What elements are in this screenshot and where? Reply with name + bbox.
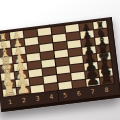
rank-label-7: 7 — [85, 87, 100, 95]
chess-board: ♜♟♟♜♞♟♟♞♝♟♟♝♛♟♟♛♚♟♟♚♝♟♟♝♞♟♟♞♜♟♟♜ 1 2 3 4… — [0, 17, 120, 112]
rank-label-8: 8 — [99, 86, 114, 94]
black-rook[interactable]: ♜ — [98, 69, 115, 87]
square-h2[interactable]: ♟ — [17, 86, 31, 95]
rank-label-3: 3 — [30, 94, 45, 102]
rank-label-4: 4 — [44, 93, 59, 101]
rank-label-2: 2 — [17, 96, 32, 104]
square-h8[interactable]: ♜ — [100, 76, 114, 85]
rank-label-1: 1 — [3, 98, 18, 106]
white-pawn[interactable]: ♟ — [15, 79, 32, 97]
rank-label-6: 6 — [72, 89, 87, 97]
rank-label-5: 5 — [58, 91, 73, 99]
photo-background: ♜♟♟♜♞♟♟♞♝♟♟♝♛♟♟♛♚♟♟♚♝♟♟♝♞♟♟♞♜♟♟♜ 1 2 3 4… — [0, 0, 120, 120]
square-h1[interactable]: ♜ — [3, 88, 17, 97]
board-squares: ♜♟♟♜♞♟♟♞♝♟♟♝♛♟♟♛♚♟♟♚♝♟♟♝♞♟♟♞♜♟♟♜ — [0, 20, 115, 98]
square-h7[interactable]: ♟ — [86, 78, 100, 87]
